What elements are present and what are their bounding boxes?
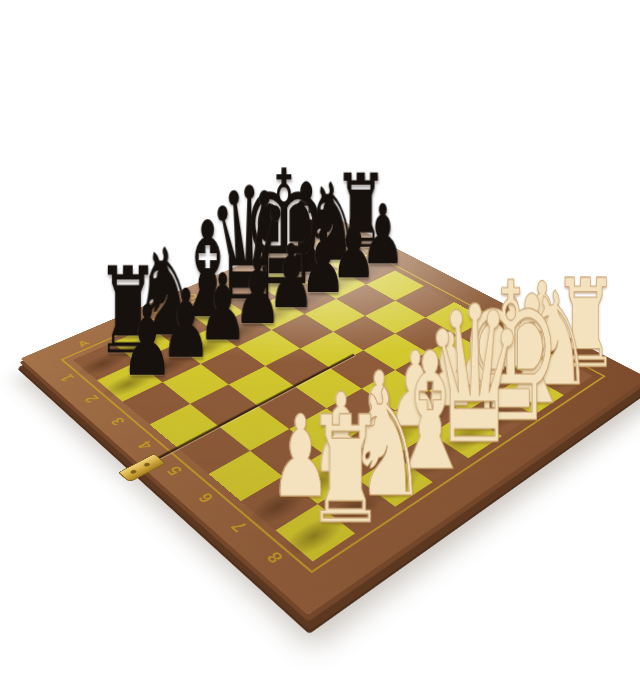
rank-label-2: 2 [81,392,104,405]
rank-label-6: 6 [194,489,220,506]
scene: ♜♞♝♛♚♝♞♜♟♟♟♟♟♟♟♟♟♟♟♟♟♟♟♟♜♞♝♛♚♝♞♜ ABCDEFG… [0,0,640,693]
rank-label-5: 5 [163,463,188,479]
brass-clasp [118,453,166,483]
squares-grid: ♜♞♝♛♚♝♞♜♟♟♟♟♟♟♟♟♟♟♟♟♟♟♟♟♜♞♝♛♚♝♞♜ [73,242,593,562]
rank-label-7: 7 [227,517,253,535]
file-label-a: A [74,338,92,349]
chess-board: ♜♞♝♛♚♝♞♜♟♟♟♟♟♟♟♟♟♟♟♟♟♟♟♟♜♞♝♛♚♝♞♜ ABCDEFG… [21,221,640,615]
chess-set-photo: ♜♞♝♛♚♝♞♜♟♟♟♟♟♟♟♟♟♟♟♟♟♟♟♟♜♞♝♛♚♝♞♜ ABCDEFG… [0,0,640,693]
black-rook[interactable]: ♜ [96,257,123,365]
square-a2[interactable]: ♟ [97,362,163,402]
black-pawn[interactable]: ♟ [121,298,149,386]
rank-label-8: 8 [262,548,289,567]
white-pawn[interactable]: ♟ [270,406,303,508]
rank-label-1: 1 [56,371,79,383]
rank-label-4: 4 [134,438,159,453]
rank-label-3: 3 [106,414,130,428]
white-rook[interactable]: ♜ [306,404,340,537]
